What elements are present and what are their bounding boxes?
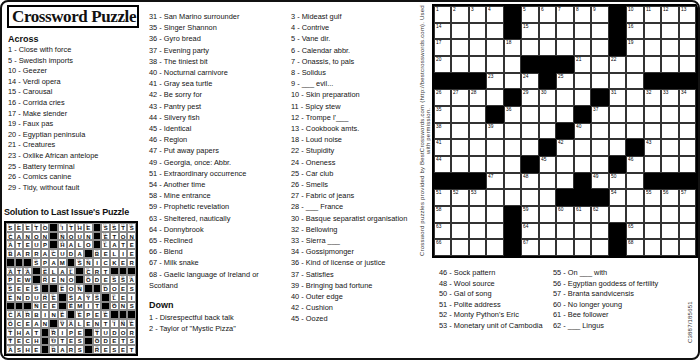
grid-cell: 21 [574,56,591,73]
grid-cell [574,23,591,40]
grid-cell [644,223,661,240]
grid-cell: 18 [504,39,521,56]
clue-item: 62 - ___ Lingus [553,321,669,332]
grid-cell [521,189,538,206]
cell-letter: A [33,321,40,327]
grid-cell-black [644,173,661,190]
grid-cell: 48 [521,173,538,190]
grid-cell [609,123,626,140]
grid-cell: 24 [521,73,538,90]
grid-cell [486,223,503,240]
grid-cell [574,39,591,56]
attribution-text: Crossword puzzles provided by BestCrossw… [419,4,431,258]
grid-cell-black [591,189,608,206]
print-code: C3887/185651 [687,288,698,356]
grid-cell-black [15,302,24,311]
cell-letter: E [16,225,23,231]
grid-cell: D [101,337,110,346]
cell-letter: A [16,251,23,257]
cell-number: 31 [611,90,616,95]
cell-letter: E [50,295,57,301]
grid-cell-black [486,106,503,123]
grid-cell [521,139,538,156]
cell-letter: A [50,260,57,266]
cell-letter: C [24,339,31,345]
cell-letter: R [50,330,57,336]
cell-letter: N [24,234,31,240]
grid-cell-black [504,89,521,106]
grid-cell: E [127,249,136,258]
clue-item: 32 - Bellowing [291,224,421,235]
cell-letter: U [50,339,57,345]
cell-letter: E [59,286,66,292]
cell-letter: E [42,304,49,310]
grid-cell-black [556,189,573,206]
cell-letter: N [59,234,66,240]
clue-item: 24 - Oneness [291,157,421,168]
grid-cell: 10S [101,223,110,232]
grid-cell: E [101,345,110,354]
grid-cell: U [75,232,84,241]
grid-cell: 67T [93,328,102,337]
grid-cell: 25N [84,258,93,267]
cell-number: 41 [436,140,441,145]
grid-cell: E [119,293,128,302]
cell-letter: N [76,286,83,292]
grid-cell: 49L [110,293,119,302]
grid-cell [661,23,678,40]
grid-cell: 12T [119,223,128,232]
clue-item: 66 - Blend [149,246,283,257]
cell-letter: T [102,269,109,275]
grid-cell [539,123,556,140]
cell-number: 16 [628,24,633,29]
grid-cell: D [93,275,102,284]
cell-number: 14 [436,24,441,29]
grid-cell [626,106,643,123]
clue-item: 29 - Tidy, without fault [8,183,142,194]
cell-letter: E [128,251,135,257]
cell-letter: C [7,312,14,318]
cell-number: 30 [541,90,546,95]
clue-item: 50 - Gal of song [439,289,547,300]
grid-cell-black [119,267,128,276]
grid-cell: 52O [110,302,119,311]
clue-item: 59 - Prophetic revelation [149,201,283,212]
grid-cell: N [41,232,50,241]
cell-number: 63 [436,224,441,229]
grid-cell-black [591,89,608,106]
grid-cell: P [84,310,93,319]
grid-cell: E [41,302,50,311]
cell-letter: S [33,286,40,292]
cell-letter: A [7,347,14,353]
clue-item: 1 - Close with force [8,45,142,56]
grid-cell-black [49,232,58,241]
clue-item: 41 - Gray sea turtle [149,78,283,89]
grid-cell: N [41,319,50,328]
cell-letter: S [76,260,83,266]
grid-cell-black [609,223,626,240]
grid-cell: 3 [469,6,486,23]
grid-cell [486,39,503,56]
grid-cell: 46 [626,156,643,173]
cell-number: 21 [576,57,581,62]
cell-letter: E [102,234,109,240]
grid-cell: N [15,293,24,302]
grid-cell: 6I [58,223,67,232]
grid-cell [591,156,608,173]
cell-letter: I [111,321,118,327]
grid-cell [591,23,608,40]
grid-cell-black [539,139,556,156]
clues-column-right: 3 - Mideast gulf4 - Contrive5 - Vane dir… [291,11,421,325]
cell-letter: O [68,277,75,283]
grid-cell: 14 [434,23,451,40]
grid-cell [486,56,503,73]
clue-item: 2 - Taylor of "Mystic Pizza" [149,323,283,334]
grid-cell-black [609,239,626,256]
cell-letter: S [94,295,101,301]
grid-cell-black [101,293,110,302]
across-header: Across [8,34,142,45]
grid-cell: T [15,240,24,249]
grid-cell-black [451,173,468,190]
grid-cell-black [556,56,573,73]
cell-letter: A [111,242,118,248]
cell-letter: O [120,234,127,240]
grid-cell: 25 [556,73,573,90]
grid-cell: 57 [679,189,696,206]
grid-cell: E [15,275,24,284]
grid-cell: O [110,284,119,293]
grid-cell: T [110,232,119,241]
cell-number: 7 [558,7,561,12]
grid-cell: I [127,293,136,302]
grid-cell: A [32,319,41,328]
grid-cell: 11S [110,223,119,232]
grid-cell: O [32,232,41,241]
cell-letter: R [128,260,135,266]
cell-letter: O [111,304,118,310]
clues-column-left: Across 1 - Close with force5 - Swedish i… [8,34,142,193]
grid-cell: 42 [556,139,573,156]
cell-number: 19 [628,40,633,45]
clue-item: 11 - Spicy stew [291,101,421,112]
grid-cell-black [556,123,573,140]
cell-letter: B [94,251,101,257]
cell-letter: A [24,269,31,275]
clue-item: 10 - Skin preparation [291,89,421,100]
grid-cell: 64E [127,319,136,328]
grid-cell: E [119,345,128,354]
cell-letter: E [111,339,118,345]
cell-letter: Y [85,295,92,301]
cell-number: 65 [628,224,633,229]
grid-cell: 10 [626,6,643,23]
grid-cell: 73R [93,345,102,354]
grid-cell: 58 [434,206,451,223]
grid-cell: A [58,345,67,354]
page-title: Crossword Puzzle [12,7,136,27]
grid-cell: E [23,240,32,249]
grid-cell: 32P [6,275,15,284]
cell-number: 52 [453,190,458,195]
cell-letter: T [94,304,101,310]
grid-cell [486,206,503,223]
grid-cell [661,39,678,56]
grid-cell: 17A [6,240,15,249]
cell-letter: O [42,225,49,231]
grid-cell: S [75,337,84,346]
cell-number: 29 [523,90,528,95]
grid-cell-black [679,173,696,190]
cell-letter: E [76,330,83,336]
clue-item: 15 - Carousal [8,87,142,98]
cell-number: 12 [663,7,668,12]
cell-letter: E [68,339,75,345]
cell-number: 50 [611,174,616,179]
grid-cell-black [41,337,50,346]
grid-cell [469,223,486,240]
cell-letter: R [42,277,49,283]
grid-cell: R [127,328,136,337]
grid-cell [644,156,661,173]
cell-number: 18 [506,40,511,45]
grid-cell: T [119,337,128,346]
grid-cell: 57E [75,310,84,319]
clue-item: 37 - Satisfies [291,269,421,280]
cell-letter: A [42,251,49,257]
grid-cell: S [110,345,119,354]
grid-cell: 59O [6,319,15,328]
grid-cell-black [119,310,128,319]
grid-cell: 27T [15,267,24,276]
grid-cell [486,139,503,156]
grid-cell: 1S [6,223,15,232]
grid-cell: 2 [451,6,468,23]
cell-letter: S [111,225,118,231]
clue-item: 67 - Milk snake [149,257,283,268]
cell-number: 67 [523,240,528,245]
cell-letter: W [24,277,31,283]
cell-letter: A [7,269,14,275]
grid-cell: 50 [609,173,626,190]
cell-letter: T [68,225,75,231]
grid-cell: 3E [23,223,32,232]
grid-cell-black [451,73,468,90]
cell-letter: R [94,347,101,353]
grid-cell [486,89,503,106]
grid-cell: 43 [644,139,661,156]
cell-number: 26 [436,90,441,95]
grid-cell [504,173,521,190]
grid-cell [661,156,678,173]
grid-cell: O [84,240,93,249]
grid-cell [679,56,696,73]
grid-cell-black [32,275,41,284]
grid-cell: 4 [486,6,503,23]
grid-cell: D [23,293,32,302]
cell-number: 8 [576,7,579,12]
clue-item: 57 - Branta sandvicensis [553,289,669,300]
grid-cell: H [15,328,24,337]
grid-cell: A [15,249,24,258]
grid-cell: 12 [661,6,678,23]
cell-letter: S [7,286,14,292]
grid-cell [451,23,468,40]
clues-column-bottom-right: 55 - On ___ with56 - Egyptian goddess of… [553,268,669,332]
grid-cell: N [119,302,128,311]
grid-cell-black [101,302,110,311]
grid-cell: S [127,337,136,346]
grid-cell [679,39,696,56]
cell-number: 2 [453,7,456,12]
clue-item: 37 - Evening party [149,45,283,56]
grid-cell [591,223,608,240]
grid-cell: P [41,240,50,249]
cell-number: 54 [611,190,616,195]
grid-cell: 66 [434,239,451,256]
grid-cell: N [49,310,58,319]
clue-item: 1 - Disrespectful back talk [149,312,283,323]
grid-cell-black [574,189,591,206]
cell-letter: L [111,295,118,301]
cell-number: 20 [436,57,441,62]
grid-cell [679,239,696,256]
grid-cell: E [67,337,76,346]
cell-letter: T [33,330,40,336]
grid-cell-black [504,206,521,223]
grid-cell: 41N [75,284,84,293]
across-clues-list-1: 1 - Close with force5 - Swedish imports1… [8,45,142,193]
cell-letter: D [102,339,109,345]
grid-cell: 49 [591,173,608,190]
grid-cell-black [93,284,102,293]
clue-item: 35 - Singer Shannon [149,22,283,33]
grid-cell: E [23,319,32,328]
cell-letter: N [33,304,40,310]
grid-cell [469,206,486,223]
cell-number: 45 [541,157,546,162]
grid-cell: 60 [556,206,573,223]
solution-header: Solution to Last Issue's Puzzle [4,207,146,217]
cell-letter: O [111,286,118,292]
grid-cell [574,156,591,173]
grid-cell [679,156,696,173]
clue-item: 25 - Car club [291,168,421,179]
grid-cell-black [609,39,626,56]
grid-cell: E [23,284,32,293]
cell-letter: L [76,242,83,248]
cell-letter: V [59,321,66,327]
clue-item: 51 - Polite address [439,300,547,311]
grid-cell: N [23,232,32,241]
cell-number: 55 [646,190,651,195]
cell-letter: E [85,321,92,327]
grid-cell: 16E [101,232,110,241]
clue-item: 51 - Extraordinary occurrence [149,168,283,179]
grid-cell [609,206,626,223]
cell-letter: L [111,251,118,257]
grid-cell: 31C [84,267,93,276]
clue-item: 8 - Solidus [291,67,421,78]
grid-cell: B [32,310,41,319]
grid-cell-black [574,106,591,123]
clue-item: 43 - Pantry pest [149,101,283,112]
clue-item: 44 - Silvery fish [149,112,283,123]
grid-cell [661,106,678,123]
grid-cell: 56 [661,189,678,206]
grid-cell: 40E [58,284,67,293]
grid-cell: 38 [434,123,451,140]
cell-number: 38 [436,124,441,129]
cell-letter: I [59,225,66,231]
grid-cell: U [101,328,110,337]
grid-cell: 17 [434,39,451,56]
grid-cell: 50N [32,302,41,311]
clue-item: 42 - Cushion [291,302,421,313]
grid-cell: E [75,328,84,337]
grid-cell: E [127,240,136,249]
cell-letter: S [111,277,118,283]
grid-cell: 67 [521,239,538,256]
grid-cell [574,239,591,256]
grid-cell-black [469,73,486,90]
cell-letter: N [128,234,135,240]
grid-cell: L [75,319,84,328]
grid-cell: 16 [626,23,643,40]
clue-item: 46 - Sock pattern [439,268,547,279]
grid-cell: I [58,328,67,337]
cell-letter: N [16,295,23,301]
cell-letter: R [33,251,40,257]
cell-letter: H [16,330,23,336]
cell-letter: N [85,234,92,240]
cell-letter: S [7,225,14,231]
grid-cell [556,106,573,123]
clue-item: 27 - Fabric of jeans [291,190,421,201]
cell-letter: E [120,295,127,301]
grid-cell: N [84,232,93,241]
grid-cell: A [110,240,119,249]
grid-cell-black [84,249,93,258]
grid-cell: M [75,302,84,311]
grid-cell [504,123,521,140]
clue-item: 7 - Onassis, to pals [291,56,421,67]
cell-letter: N [50,312,57,318]
cell-letter: S [128,304,135,310]
grid-cell: 54A [15,310,24,319]
cell-letter: T [120,242,127,248]
grid-cell [504,189,521,206]
down-clues-list-3: 46 - Sock pattern48 - Wool source50 - Ga… [439,268,547,332]
cell-number: 24 [523,74,528,79]
cell-letter: S [128,225,135,231]
grid-cell [591,123,608,140]
cell-number: 56 [663,190,668,195]
grid-cell [486,23,503,40]
grid-cell: 13S [127,223,136,232]
cell-letter: S [76,347,83,353]
grid-cell: 65T [6,328,15,337]
grid-cell: I [93,258,102,267]
grid-cell: 11 [644,6,661,23]
cell-letter: D [102,286,109,292]
grid-cell: 56E [58,310,67,319]
puzzle-grid: 1234567891011121314151617181920212223242… [432,4,698,258]
cell-letter: N [120,304,127,310]
